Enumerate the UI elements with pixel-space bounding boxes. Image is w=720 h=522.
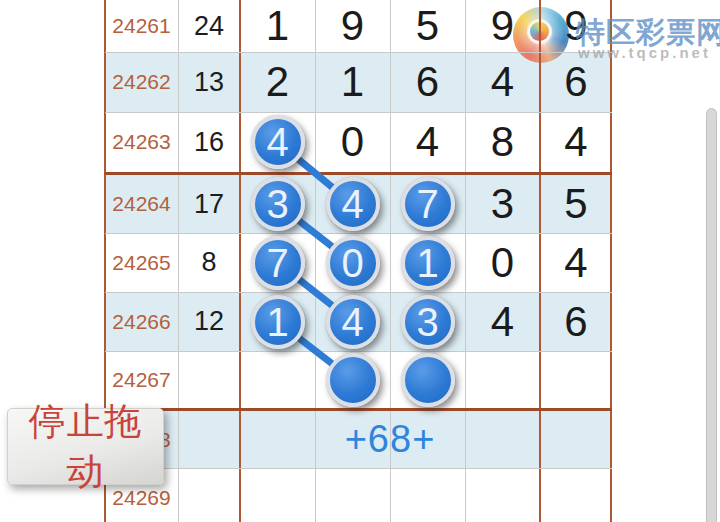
digit-cell[interactable] <box>540 411 612 468</box>
digit-cell[interactable]: 9 <box>315 0 390 52</box>
digit-cell[interactable]: 1 <box>240 0 315 52</box>
count-cell: 13 <box>178 52 240 112</box>
period-cell: 24262 <box>105 52 178 112</box>
digit-cell[interactable]: 5 <box>540 175 612 233</box>
digit-cell[interactable] <box>240 468 315 522</box>
sum-annotation: +68+ <box>315 411 465 468</box>
count-cell <box>178 468 240 522</box>
trend-circle[interactable]: 7 <box>251 236 305 290</box>
digit-cell[interactable] <box>240 411 315 468</box>
digit-cell[interactable] <box>465 351 540 408</box>
period-cell: 24264 <box>105 175 178 233</box>
digit-cell[interactable]: 3 <box>465 175 540 233</box>
trend-circle[interactable]: 0 <box>326 236 380 290</box>
stop-drag-button[interactable]: 停止拖动 <box>7 408 164 485</box>
count-cell: 12 <box>178 292 240 351</box>
digit-cell[interactable] <box>465 411 540 468</box>
period-cell: 24265 <box>105 233 178 292</box>
digit-cell[interactable]: 0 <box>465 233 540 292</box>
period-cell: 24263 <box>105 112 178 172</box>
digit-cell[interactable]: 4 <box>540 233 612 292</box>
period-cell: 24266 <box>105 292 178 351</box>
digit-cell[interactable]: 2 <box>240 52 315 112</box>
watermark-site-url: www.tqcp.net <box>578 44 711 61</box>
digit-cell[interactable]: 4 <box>540 112 612 172</box>
trend-circle[interactable]: 1 <box>401 236 455 290</box>
count-cell: 16 <box>178 112 240 172</box>
digit-cell[interactable]: 5 <box>390 0 465 52</box>
digit-cell[interactable]: 4 <box>390 112 465 172</box>
count-cell: 8 <box>178 233 240 292</box>
count-cell: 17 <box>178 175 240 233</box>
digit-cell[interactable]: 6 <box>540 52 612 112</box>
trend-circle[interactable]: 3 <box>401 295 455 349</box>
period-cell: 24261 <box>105 0 178 52</box>
drag-prediction-circle[interactable] <box>401 353 455 407</box>
count-cell <box>178 351 240 408</box>
digit-cell[interactable]: 4 <box>465 52 540 112</box>
digit-cell[interactable] <box>315 468 390 522</box>
count-cell: 24 <box>178 0 240 52</box>
digit-cell[interactable]: 9 <box>465 0 540 52</box>
digit-cell[interactable] <box>390 468 465 522</box>
digit-cell[interactable]: 0 <box>315 112 390 172</box>
digit-cell[interactable] <box>240 351 315 408</box>
trend-circle[interactable]: 3 <box>251 177 305 231</box>
scrollbar-thumb[interactable] <box>706 108 717 522</box>
count-cell <box>178 411 240 468</box>
lottery-trend-chart-screen: 2426124195992426213216462426316048424264… <box>0 0 720 522</box>
drag-prediction-circle[interactable] <box>326 353 380 407</box>
digit-cell[interactable]: 6 <box>540 292 612 351</box>
digit-cell[interactable]: 8 <box>465 112 540 172</box>
trend-circle[interactable]: 7 <box>401 177 455 231</box>
trend-circle[interactable]: 4 <box>326 177 380 231</box>
trend-circle[interactable]: 1 <box>251 295 305 349</box>
digit-cell[interactable] <box>540 351 612 408</box>
trend-circle[interactable]: 4 <box>251 115 305 169</box>
digit-cell[interactable] <box>540 468 612 522</box>
digit-cell[interactable]: 6 <box>390 52 465 112</box>
trend-circle[interactable]: 4 <box>326 295 380 349</box>
digit-cell[interactable]: 4 <box>465 292 540 351</box>
digit-cell[interactable] <box>465 468 540 522</box>
digit-cell[interactable]: 1 <box>315 52 390 112</box>
